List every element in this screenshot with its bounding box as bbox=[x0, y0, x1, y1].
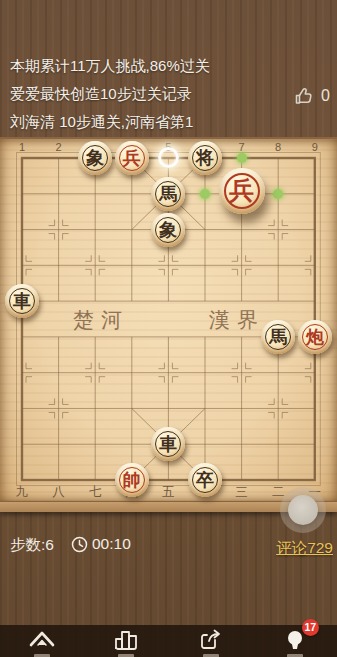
nav-item-stats[interactable] bbox=[96, 625, 156, 657]
pieces-grid: 象兵将馬兵象車馬炮車帥卒 bbox=[4, 140, 333, 498]
challenge-stats-line: 本期累计11万人挑战,86%过关 bbox=[10, 57, 210, 76]
bar-chart-icon bbox=[113, 629, 139, 651]
last-move-marker bbox=[158, 147, 179, 168]
thumbs-up-icon bbox=[294, 86, 314, 106]
hint-count-badge: 17 bbox=[302, 619, 319, 636]
piece-black[interactable]: 将 bbox=[188, 141, 222, 175]
header: 本期累计11万人挑战,86%过关 爱爱最快创造10步过关记录 刘海清 10步通关… bbox=[0, 0, 337, 137]
piece-black[interactable]: 象 bbox=[151, 213, 185, 247]
piece-black[interactable]: 車 bbox=[5, 284, 39, 318]
move-hint-dot[interactable] bbox=[273, 189, 283, 199]
move-hint-dot[interactable] bbox=[200, 189, 210, 199]
piece-red[interactable]: 兵 bbox=[219, 168, 265, 214]
bottom-nav: 17 bbox=[0, 625, 337, 657]
like-count: 0 bbox=[321, 87, 330, 105]
voice-button[interactable] bbox=[288, 495, 318, 525]
comments-link[interactable]: 评论729 bbox=[276, 538, 333, 559]
nav-item-hint[interactable]: 17 bbox=[265, 625, 325, 657]
piece-black[interactable]: 馬 bbox=[151, 177, 185, 211]
piece-black[interactable]: 馬 bbox=[261, 320, 295, 354]
piece-black[interactable]: 象 bbox=[78, 141, 112, 175]
step-counter: 步数:6 bbox=[10, 535, 54, 556]
timer-value: 00:10 bbox=[92, 535, 131, 553]
clock-icon bbox=[71, 536, 88, 557]
board-section: 楚河 漢界 123456789 九八七六五四三二一 象兵将馬兵象車馬炮車帥卒 bbox=[0, 137, 337, 512]
board-edge bbox=[0, 501, 337, 512]
nav-item-menu[interactable] bbox=[12, 625, 72, 657]
move-hint-dot[interactable] bbox=[237, 153, 247, 163]
status-bar: 步数:6 00:10 评论729 bbox=[0, 512, 337, 625]
piece-red[interactable]: 帥 bbox=[115, 463, 149, 497]
like-button[interactable]: 0 bbox=[294, 86, 330, 106]
share-icon bbox=[199, 629, 223, 651]
chevron-up-icon bbox=[27, 629, 57, 649]
top-player-line: 刘海清 10步通关,河南省第1 bbox=[10, 113, 193, 132]
xiangqi-board[interactable]: 楚河 漢界 123456789 九八七六五四三二一 象兵将馬兵象車馬炮車帥卒 bbox=[0, 139, 337, 502]
app-screen: 本期累计11万人挑战,86%过关 爱爱最快创造10步过关记录 刘海清 10步通关… bbox=[0, 0, 337, 657]
piece-black[interactable]: 卒 bbox=[188, 463, 222, 497]
piece-red[interactable]: 兵 bbox=[115, 141, 149, 175]
piece-black[interactable]: 車 bbox=[151, 427, 185, 461]
record-line: 爱爱最快创造10步过关记录 bbox=[10, 85, 192, 104]
piece-red[interactable]: 炮 bbox=[298, 320, 332, 354]
nav-item-share[interactable] bbox=[181, 625, 241, 657]
